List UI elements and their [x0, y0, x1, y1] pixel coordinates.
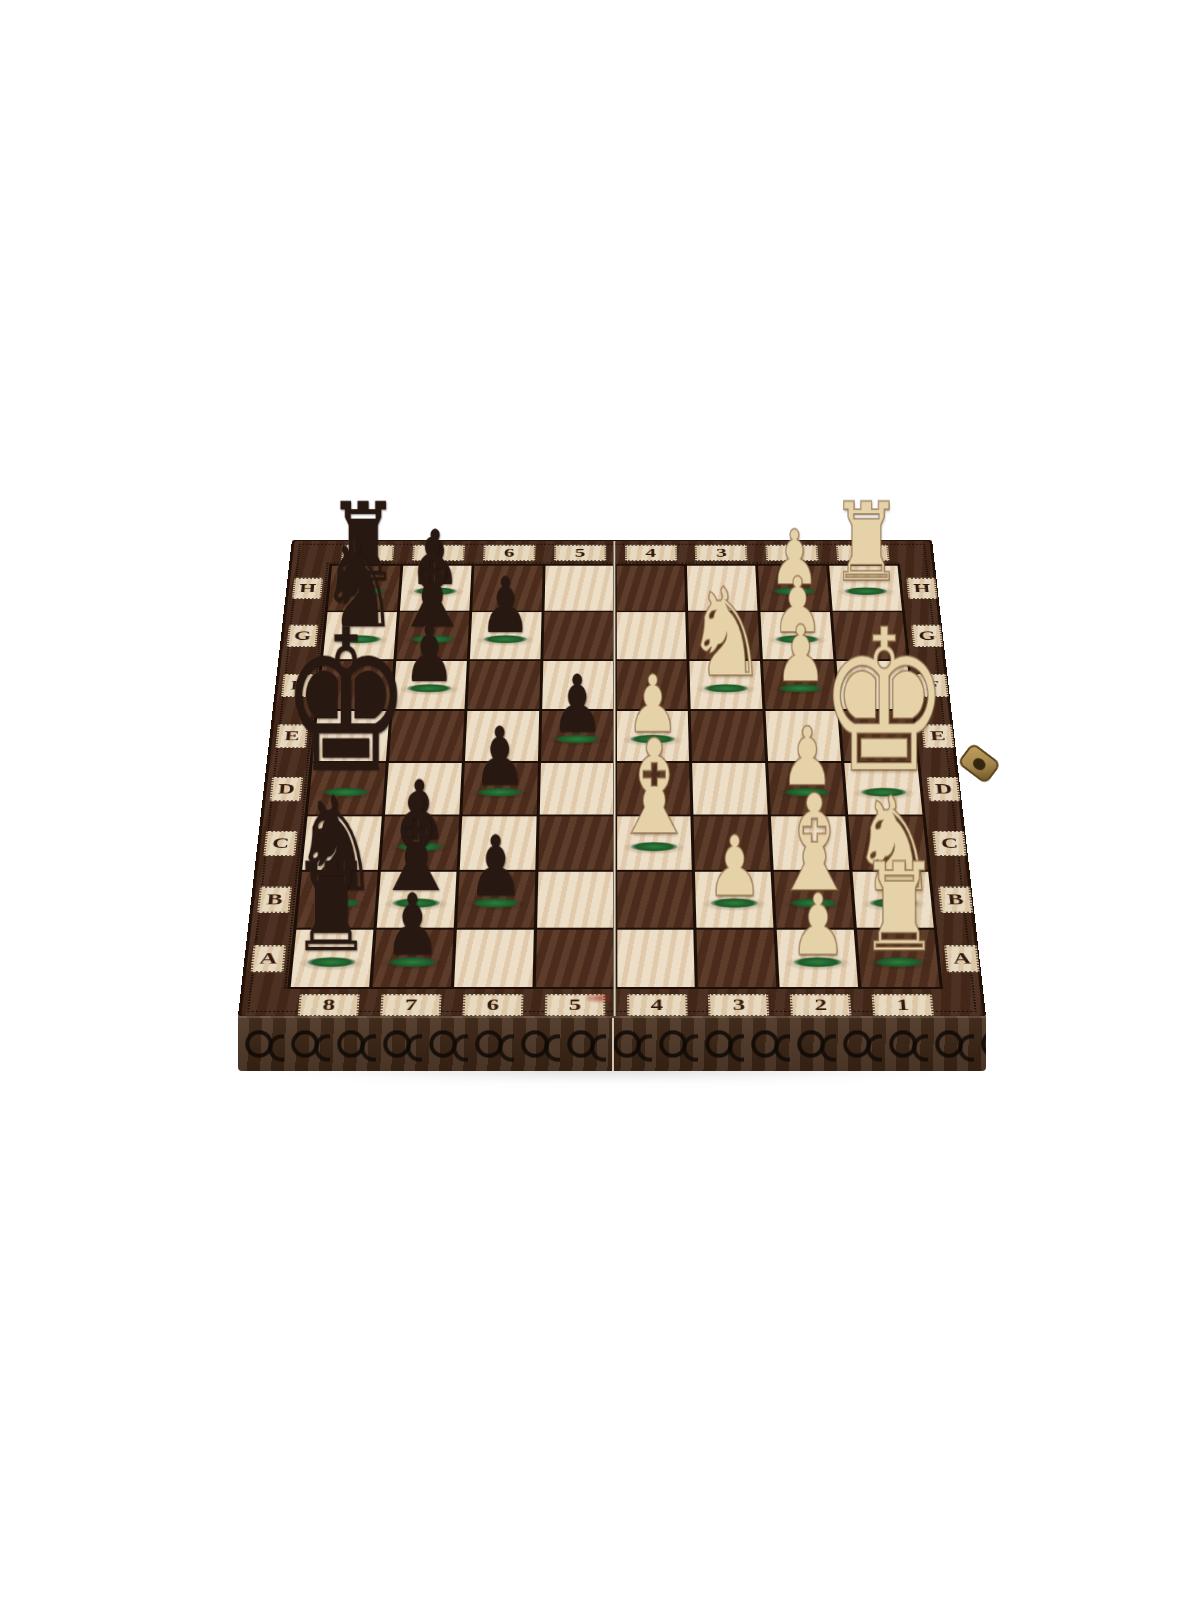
coord-front-8: 8 [298, 994, 360, 1016]
coord-front-6: 6 [462, 994, 523, 1016]
red-stain [584, 993, 614, 1003]
square-b5 [537, 872, 614, 928]
front-face-hinge-gap [612, 1018, 614, 1071]
coord-left-A: A [250, 945, 286, 972]
coord-back-3: 3 [695, 545, 748, 561]
square-g6 [470, 612, 542, 659]
square-a3 [697, 929, 777, 987]
square-f3 [690, 661, 763, 709]
square-f5 [542, 661, 614, 709]
square-c5 [538, 816, 614, 870]
coord-front-1: 1 [872, 994, 934, 1016]
square-h4 [616, 566, 685, 611]
white-pawn-glyph: ♟ [707, 828, 763, 908]
product-photo: 88HH77GG66FF55EE44DD33CC22BB11AA♜♟♟♜♞♝♟♟… [0, 0, 1200, 1600]
square-b4 [617, 872, 694, 928]
coord-back-6: 6 [483, 545, 536, 561]
front-face [238, 1016, 986, 1071]
black-rook-glyph: ♜ [291, 849, 372, 966]
black-pawn-glyph: ♟ [384, 885, 441, 966]
square-f4 [616, 661, 688, 709]
coord-front-3: 3 [708, 994, 769, 1016]
square-a5 [535, 929, 613, 987]
square-a4 [617, 929, 695, 987]
square-h6 [472, 566, 542, 611]
square-h5 [544, 566, 613, 611]
coord-back-5: 5 [554, 545, 606, 561]
coord-front-2: 2 [790, 994, 852, 1016]
square-d3 [692, 763, 768, 815]
square-g3 [688, 612, 760, 659]
square-a6 [454, 929, 534, 987]
coord-right-B: B [938, 887, 973, 913]
white-rook-glyph: ♜ [858, 849, 939, 966]
coord-left-B: B [257, 887, 292, 913]
black-pawn-glyph: ♟ [473, 719, 527, 796]
coord-front-7: 7 [380, 994, 442, 1016]
white-pawn-glyph: ♟ [789, 885, 846, 966]
square-e5 [541, 711, 614, 761]
black-pawn-glyph: ♟ [468, 828, 524, 908]
chessboard: 88HH77GG66FF55EE44DD33CC22BB11AA♜♟♟♜♞♝♟♟… [238, 540, 986, 1018]
square-d5 [539, 763, 613, 815]
square-g4 [616, 612, 687, 659]
coord-right-A: A [944, 945, 980, 972]
square-g5 [543, 612, 613, 659]
coord-back-4: 4 [625, 545, 677, 561]
coord-front-4: 4 [627, 994, 688, 1016]
square-h3 [687, 566, 757, 611]
square-e3 [691, 711, 765, 761]
square-f6 [467, 661, 540, 709]
white-bishop-glyph: ♝ [610, 725, 697, 850]
